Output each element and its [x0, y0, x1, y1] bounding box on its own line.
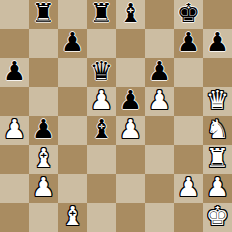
square-a6[interactable]: ♟ — [0, 58, 29, 87]
square-g8[interactable]: ♚ — [174, 0, 203, 29]
square-c5[interactable] — [58, 87, 87, 116]
square-e6[interactable] — [116, 58, 145, 87]
square-f7[interactable] — [145, 29, 174, 58]
square-e4[interactable]: ♟ — [116, 116, 145, 145]
square-a8[interactable] — [0, 0, 29, 29]
square-c2[interactable] — [58, 174, 87, 203]
square-c3[interactable] — [58, 145, 87, 174]
piece-black-bishop-e8[interactable]: ♝ — [119, 0, 142, 28]
piece-black-queen-d6[interactable]: ♛ — [90, 58, 113, 86]
square-h2[interactable]: ♟ — [203, 174, 232, 203]
square-c6[interactable] — [58, 58, 87, 87]
square-g4[interactable] — [174, 116, 203, 145]
piece-white-pawn-a4[interactable]: ♟ — [3, 116, 26, 144]
piece-black-pawn-h7[interactable]: ♟ — [206, 29, 229, 57]
square-b8[interactable]: ♜ — [29, 0, 58, 29]
square-e1[interactable] — [116, 203, 145, 232]
square-h7[interactable]: ♟ — [203, 29, 232, 58]
square-a1[interactable] — [0, 203, 29, 232]
square-e2[interactable] — [116, 174, 145, 203]
square-b5[interactable] — [29, 87, 58, 116]
piece-black-bishop-d4[interactable]: ♝ — [90, 116, 113, 144]
square-h6[interactable] — [203, 58, 232, 87]
piece-black-rook-d8[interactable]: ♜ — [90, 0, 113, 28]
piece-black-rook-b8[interactable]: ♜ — [32, 0, 55, 28]
square-a4[interactable]: ♟ — [0, 116, 29, 145]
square-h8[interactable] — [203, 0, 232, 29]
piece-white-pawn-e4[interactable]: ♟ — [119, 116, 142, 144]
square-f5[interactable]: ♟ — [145, 87, 174, 116]
piece-white-pawn-f5[interactable]: ♟ — [148, 87, 171, 115]
square-d5[interactable]: ♟ — [87, 87, 116, 116]
square-b3[interactable]: ♝ — [29, 145, 58, 174]
square-g3[interactable] — [174, 145, 203, 174]
square-e3[interactable] — [116, 145, 145, 174]
chess-board-container: ♜♜♝♚♟♟♟♟♛♟♟♟♟♛♟♟♝♟♞♝♜♟♟♟♝♚ — [0, 0, 232, 232]
square-b7[interactable] — [29, 29, 58, 58]
square-g7[interactable]: ♟ — [174, 29, 203, 58]
square-b4[interactable]: ♟ — [29, 116, 58, 145]
square-d1[interactable] — [87, 203, 116, 232]
piece-white-pawn-d5[interactable]: ♟ — [90, 87, 113, 115]
square-d8[interactable]: ♜ — [87, 0, 116, 29]
piece-white-bishop-c1[interactable]: ♝ — [61, 203, 84, 231]
square-g1[interactable] — [174, 203, 203, 232]
square-c8[interactable] — [58, 0, 87, 29]
square-g5[interactable] — [174, 87, 203, 116]
square-f6[interactable]: ♟ — [145, 58, 174, 87]
square-f1[interactable] — [145, 203, 174, 232]
square-d2[interactable] — [87, 174, 116, 203]
piece-white-knight-h4[interactable]: ♞ — [206, 116, 229, 144]
square-h4[interactable]: ♞ — [203, 116, 232, 145]
square-c1[interactable]: ♝ — [58, 203, 87, 232]
piece-black-pawn-g7[interactable]: ♟ — [177, 29, 200, 57]
piece-white-rook-h3[interactable]: ♜ — [206, 145, 229, 173]
square-e5[interactable]: ♟ — [116, 87, 145, 116]
square-e8[interactable]: ♝ — [116, 0, 145, 29]
square-f3[interactable] — [145, 145, 174, 174]
piece-white-king-h1[interactable]: ♚ — [206, 203, 229, 231]
piece-black-pawn-f6[interactable]: ♟ — [148, 58, 171, 86]
piece-white-pawn-b2[interactable]: ♟ — [32, 174, 55, 202]
piece-white-queen-h5[interactable]: ♛ — [206, 87, 229, 115]
square-g6[interactable] — [174, 58, 203, 87]
piece-black-pawn-e5[interactable]: ♟ — [119, 87, 142, 115]
chess-board: ♜♜♝♚♟♟♟♟♛♟♟♟♟♛♟♟♝♟♞♝♜♟♟♟♝♚ — [0, 0, 232, 232]
square-d4[interactable]: ♝ — [87, 116, 116, 145]
piece-white-pawn-g2[interactable]: ♟ — [177, 174, 200, 202]
square-a3[interactable] — [0, 145, 29, 174]
piece-white-pawn-h2[interactable]: ♟ — [206, 174, 229, 202]
square-g2[interactable]: ♟ — [174, 174, 203, 203]
square-f4[interactable] — [145, 116, 174, 145]
piece-black-king-g8[interactable]: ♚ — [177, 0, 200, 28]
square-d3[interactable] — [87, 145, 116, 174]
square-c4[interactable] — [58, 116, 87, 145]
square-h3[interactable]: ♜ — [203, 145, 232, 174]
square-a7[interactable] — [0, 29, 29, 58]
square-f2[interactable] — [145, 174, 174, 203]
piece-black-pawn-c7[interactable]: ♟ — [61, 29, 84, 57]
square-h5[interactable]: ♛ — [203, 87, 232, 116]
square-b2[interactable]: ♟ — [29, 174, 58, 203]
square-h1[interactable]: ♚ — [203, 203, 232, 232]
piece-black-pawn-a6[interactable]: ♟ — [3, 58, 26, 86]
square-f8[interactable] — [145, 0, 174, 29]
square-a5[interactable] — [0, 87, 29, 116]
square-e7[interactable] — [116, 29, 145, 58]
square-d6[interactable]: ♛ — [87, 58, 116, 87]
square-b6[interactable] — [29, 58, 58, 87]
piece-white-bishop-b3[interactable]: ♝ — [32, 145, 55, 173]
square-b1[interactable] — [29, 203, 58, 232]
square-c7[interactable]: ♟ — [58, 29, 87, 58]
square-d7[interactable] — [87, 29, 116, 58]
square-a2[interactable] — [0, 174, 29, 203]
piece-black-pawn-b4[interactable]: ♟ — [32, 116, 55, 144]
